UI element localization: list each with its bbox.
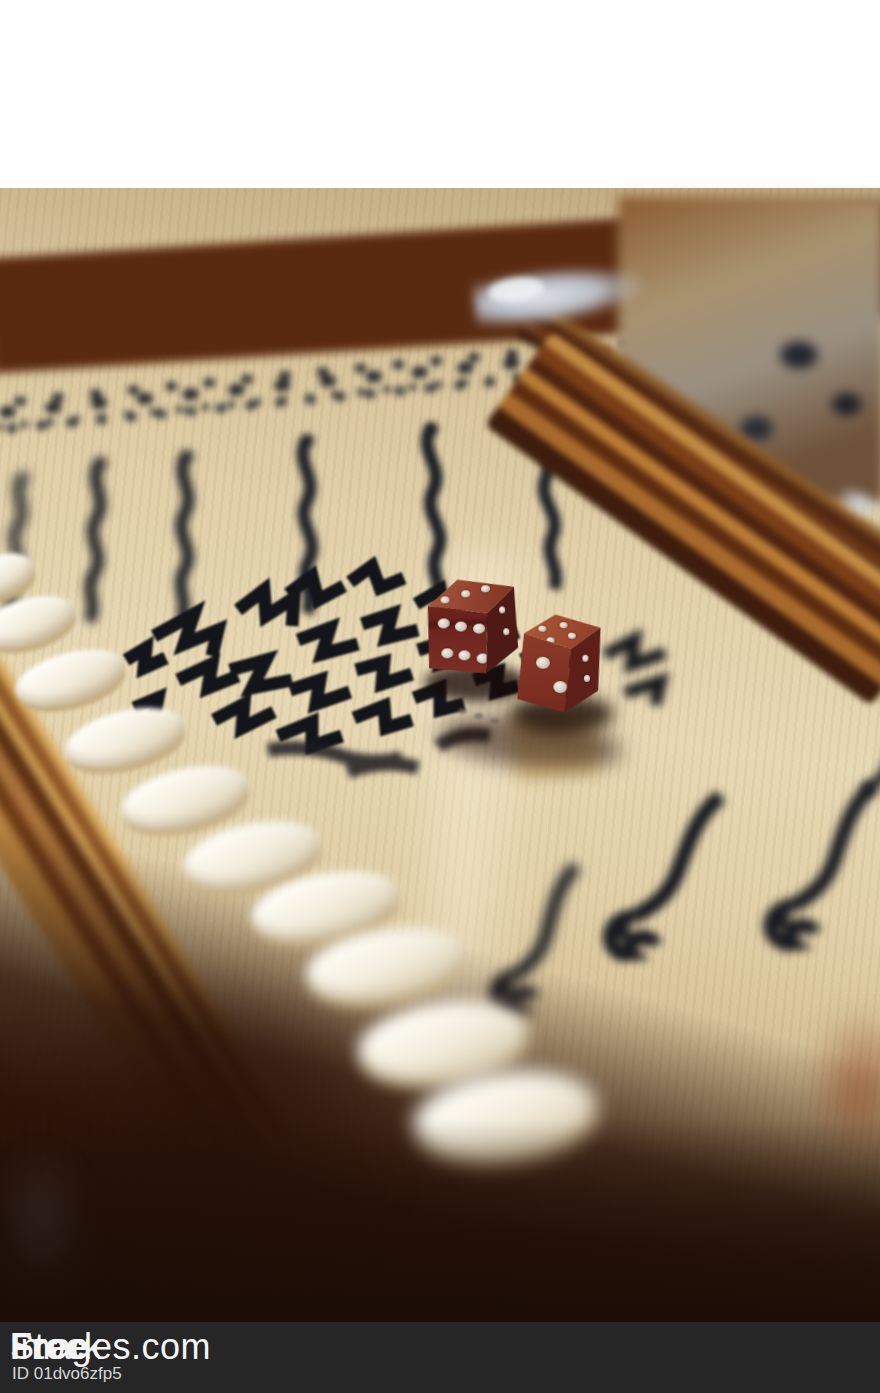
die-pip bbox=[441, 648, 454, 659]
pip-reflection bbox=[490, 718, 499, 724]
die-pip bbox=[539, 626, 547, 633]
die-pip bbox=[438, 619, 451, 630]
pip-reflection bbox=[458, 708, 467, 714]
die-pip bbox=[461, 590, 470, 597]
white-checker bbox=[9, 639, 130, 716]
die-pip bbox=[481, 585, 490, 592]
die-pip bbox=[536, 656, 551, 669]
backgammon-board-photo: StockFreeImages.com ID 01dvo6zfp5 bbox=[0, 0, 880, 1393]
die-pip bbox=[473, 623, 486, 634]
die-pip bbox=[568, 633, 576, 640]
bottom-vignette bbox=[0, 1120, 880, 1322]
die-pip bbox=[560, 622, 568, 629]
left-die bbox=[423, 572, 520, 683]
white-checker bbox=[59, 697, 190, 779]
die-pip bbox=[499, 606, 505, 613]
right-die bbox=[515, 609, 606, 717]
die-pip bbox=[459, 650, 472, 661]
die-pip bbox=[503, 628, 509, 635]
watermark-image-id: ID 01dvo6zfp5 bbox=[12, 1364, 122, 1384]
white-checker bbox=[0, 546, 40, 604]
die-pip bbox=[553, 681, 568, 694]
die-pip bbox=[455, 621, 468, 632]
die-pip bbox=[440, 596, 449, 603]
watermark-site-part3: Images.com bbox=[10, 1326, 211, 1368]
pip-reflection bbox=[474, 713, 483, 719]
die-pip bbox=[582, 654, 588, 661]
white-checker bbox=[0, 587, 80, 658]
die-pip bbox=[584, 675, 590, 682]
